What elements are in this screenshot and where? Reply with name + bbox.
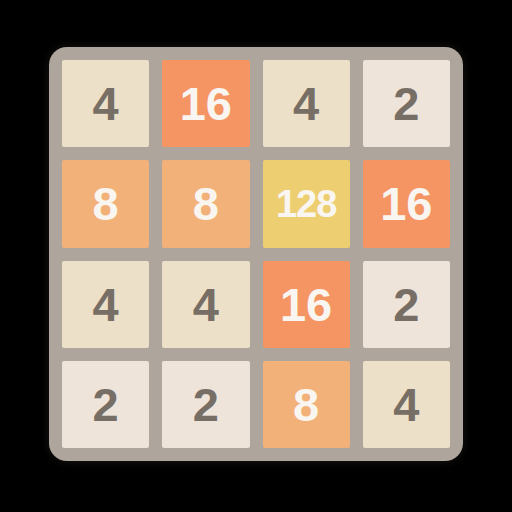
tile-r2c4: 16 [363, 160, 450, 247]
tile-r2c2: 8 [162, 160, 249, 247]
app-background: 416428812816441622284 [0, 0, 512, 512]
tile-r3c2: 4 [162, 261, 249, 348]
tile-r4c4: 4 [363, 361, 450, 448]
tile-r1c4: 2 [363, 60, 450, 147]
tile-r3c3: 16 [263, 261, 350, 348]
tile-r1c3: 4 [263, 60, 350, 147]
tile-r2c1: 8 [62, 160, 149, 247]
tile-r3c1: 4 [62, 261, 149, 348]
tile-r4c2: 2 [162, 361, 249, 448]
tile-r4c1: 2 [62, 361, 149, 448]
tile-r2c3: 128 [263, 160, 350, 247]
tile-r1c1: 4 [62, 60, 149, 147]
tile-r1c2: 16 [162, 60, 249, 147]
board-2048[interactable]: 416428812816441622284 [49, 47, 463, 461]
tile-r3c4: 2 [363, 261, 450, 348]
tile-r4c3: 8 [263, 361, 350, 448]
